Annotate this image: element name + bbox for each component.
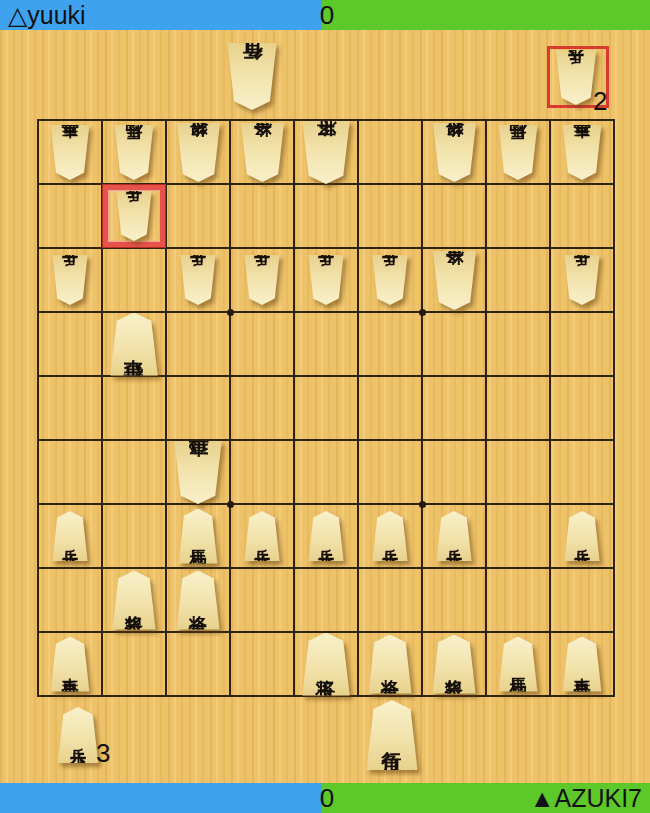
koma-face: 歩兵 — [370, 255, 410, 305]
koma-gote-r3c6[interactable]: 歩兵 — [359, 249, 421, 311]
koma-kanji: 桂馬 — [126, 151, 143, 154]
koma-kanji: 歩兵 — [62, 535, 78, 538]
koma-sente-r4c2[interactable]: 飛車 — [103, 313, 165, 375]
koma-kanji: 歩兵 — [574, 535, 590, 538]
koma-face: 歩兵 — [562, 511, 602, 561]
koma-face: 角行 — [363, 700, 421, 770]
bottom-bar-blue-section — [0, 783, 322, 813]
koma-sente-r7c5[interactable]: 歩兵 — [295, 505, 357, 567]
koma-face: 歩兵 — [114, 191, 154, 241]
star-point — [227, 309, 234, 316]
koma-gote-r1c9[interactable]: 香車 — [551, 121, 613, 183]
koma-kanji: 角行 — [382, 734, 402, 737]
koma-face: 金将 — [238, 123, 287, 182]
koma-gote-r1c4[interactable]: 金将 — [231, 121, 293, 183]
koma-gote-r1c5[interactable]: 王将 — [295, 121, 357, 183]
koma-gote-r3c5[interactable]: 歩兵 — [295, 249, 357, 311]
koma-face: 玉将 — [299, 633, 353, 696]
hand-gote-pawn-count: 2 — [593, 86, 607, 117]
shogi-app-screen: △yuuki 0 角行 歩兵 2 香車桂馬銀将金将王将銀将桂馬香車歩兵歩兵歩兵歩… — [0, 0, 650, 813]
koma-kanji: 金将 — [445, 279, 463, 282]
top-bar-green-section — [322, 0, 650, 30]
koma-gote-r1c1[interactable]: 香車 — [39, 121, 101, 183]
koma-face: 歩兵 — [306, 511, 346, 561]
koma-sente-r9c5[interactable]: 玉将 — [295, 633, 357, 695]
koma-kanji: 歩兵 — [318, 535, 334, 538]
hand-sente-pawn-count: 3 — [96, 738, 110, 769]
koma-face: 桂馬 — [112, 125, 156, 180]
koma-gote-r1c7[interactable]: 銀将 — [423, 121, 485, 183]
koma-face: 飛車 — [107, 313, 161, 376]
koma-gote-r1c3[interactable]: 銀将 — [167, 121, 229, 183]
koma-kanji: 桂馬 — [510, 151, 527, 154]
koma-gote-r3c7[interactable]: 金将 — [423, 249, 485, 311]
shogi-board[interactable]: 香車桂馬銀将金将王将銀将桂馬香車歩兵歩兵歩兵歩兵歩兵歩兵金将歩兵飛車飛車歩兵桂馬… — [37, 119, 615, 697]
koma-sente-r7c7[interactable]: 歩兵 — [423, 505, 485, 567]
koma-face: 歩兵 — [50, 511, 90, 561]
koma-kanji: 飛車 — [188, 471, 208, 474]
koma-gote-r1c8[interactable]: 桂馬 — [487, 121, 549, 183]
koma-kanji: 歩兵 — [70, 734, 86, 737]
koma-kanji: 歩兵 — [568, 76, 584, 79]
koma-kanji: 歩兵 — [382, 535, 398, 538]
star-point — [419, 309, 426, 316]
koma-gote-r2c2[interactable]: 歩兵 — [103, 185, 165, 247]
koma-kanji: 歩兵 — [190, 279, 206, 282]
koma-face: 香車 — [560, 637, 604, 692]
koma-sente-r9c9[interactable]: 香車 — [551, 633, 613, 695]
koma-kanji: 飛車 — [124, 343, 144, 346]
sente-player-name: ▲AZUKI7 — [522, 783, 650, 813]
koma-face: 金将 — [430, 251, 479, 310]
koma-kanji: 銀将 — [189, 151, 207, 154]
koma-sente-r7c6[interactable]: 歩兵 — [359, 505, 421, 567]
star-point — [227, 501, 234, 508]
koma-face: 歩兵 — [178, 255, 218, 305]
koma-kanji: 桂馬 — [510, 663, 527, 666]
gote-player-name: △yuuki — [0, 0, 94, 30]
koma-face: 桂馬 — [496, 637, 540, 692]
koma-face: 桂馬 — [496, 125, 540, 180]
koma-kanji: 金将 — [189, 599, 207, 602]
koma-face: 王将 — [299, 121, 353, 184]
koma-face: 銀将 — [430, 123, 479, 182]
koma-face: 角行 — [224, 43, 280, 110]
star-point — [419, 501, 426, 508]
koma-kanji: 桂馬 — [190, 535, 207, 538]
koma-face: 歩兵 — [370, 511, 410, 561]
koma-face: 歩兵 — [242, 255, 282, 305]
koma-kanji: 香車 — [62, 663, 79, 666]
koma-kanji: 歩兵 — [318, 279, 334, 282]
koma-gote-r3c1[interactable]: 歩兵 — [39, 249, 101, 311]
koma-gote-r3c4[interactable]: 歩兵 — [231, 249, 293, 311]
koma-gote-r3c9[interactable]: 歩兵 — [551, 249, 613, 311]
koma-sente-r8c2[interactable]: 銀将 — [103, 569, 165, 631]
koma-face: 香車 — [48, 637, 92, 692]
koma-kanji: 歩兵 — [254, 535, 270, 538]
koma-face: 銀将 — [174, 123, 223, 182]
bottom-bar-green-section: ▲AZUKI7 — [322, 783, 650, 813]
koma-sente-r9c1[interactable]: 香車 — [39, 633, 101, 695]
koma-kanji: 銀将 — [445, 151, 463, 154]
koma-kanji: 玉将 — [316, 663, 336, 666]
koma-kanji: 香車 — [574, 151, 591, 154]
koma-face: 金将 — [366, 635, 415, 694]
koma-face: 歩兵 — [242, 511, 282, 561]
koma-kanji: 歩兵 — [126, 215, 142, 218]
koma-kanji: 歩兵 — [62, 279, 78, 282]
koma-face: 歩兵 — [55, 707, 101, 763]
hand-sente-pawn[interactable]: 歩兵 — [55, 707, 101, 763]
koma-kanji: 歩兵 — [254, 279, 270, 282]
koma-sente-r9c8[interactable]: 桂馬 — [487, 633, 549, 695]
koma-face: 飛車 — [171, 441, 225, 504]
koma-face: 歩兵 — [50, 255, 90, 305]
koma-sente-r9c7[interactable]: 銀将 — [423, 633, 485, 695]
koma-sente-r7c9[interactable]: 歩兵 — [551, 505, 613, 567]
sente-clock: 0 — [308, 783, 346, 813]
koma-kanji: 歩兵 — [382, 279, 398, 282]
koma-gote-r3c3[interactable]: 歩兵 — [167, 249, 229, 311]
hand-gote-bishop[interactable]: 角行 — [224, 43, 280, 110]
hand-sente-bishop[interactable]: 角行 — [363, 700, 421, 770]
koma-kanji: 歩兵 — [574, 279, 590, 282]
koma-face: 桂馬 — [176, 509, 220, 564]
koma-face: 歩兵 — [434, 511, 474, 561]
koma-gote-r6c3[interactable]: 飛車 — [167, 441, 229, 503]
koma-face: 金将 — [174, 571, 223, 630]
koma-face: 銀将 — [110, 571, 159, 630]
koma-kanji: 香車 — [62, 151, 79, 154]
koma-kanji: 金将 — [381, 663, 399, 666]
koma-kanji: 角行 — [242, 75, 262, 78]
koma-sente-r7c1[interactable]: 歩兵 — [39, 505, 101, 567]
koma-kanji: 王将 — [316, 151, 336, 154]
koma-sente-r7c3[interactable]: 桂馬 — [167, 505, 229, 567]
koma-kanji: 歩兵 — [446, 535, 462, 538]
koma-kanji: 銀将 — [445, 663, 463, 666]
koma-sente-r8c3[interactable]: 金将 — [167, 569, 229, 631]
koma-sente-r9c6[interactable]: 金将 — [359, 633, 421, 695]
top-bar-blue-section: △yuuki — [0, 0, 322, 30]
koma-face: 歩兵 — [306, 255, 346, 305]
koma-sente-r7c4[interactable]: 歩兵 — [231, 505, 293, 567]
koma-kanji: 香車 — [574, 663, 591, 666]
koma-gote-r1c2[interactable]: 桂馬 — [103, 121, 165, 183]
koma-face: 香車 — [48, 125, 92, 180]
koma-kanji: 銀将 — [125, 599, 143, 602]
koma-face: 歩兵 — [562, 255, 602, 305]
koma-face: 銀将 — [430, 635, 479, 694]
koma-face: 香車 — [560, 125, 604, 180]
koma-kanji: 金将 — [253, 151, 271, 154]
gote-clock: 0 — [308, 0, 346, 30]
